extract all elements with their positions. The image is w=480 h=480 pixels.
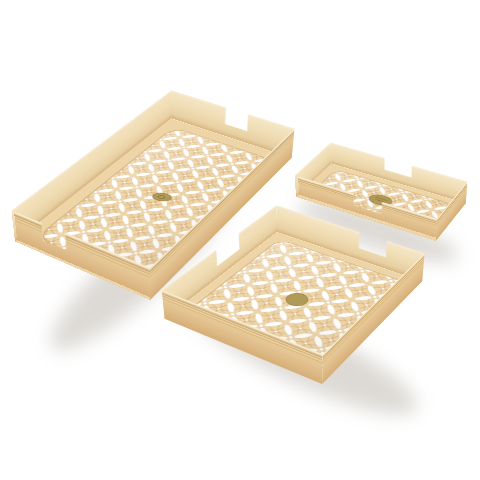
product-photo-stage: Three birch plywood stacking trays with … xyxy=(0,0,480,480)
square-tray xyxy=(165,232,422,384)
